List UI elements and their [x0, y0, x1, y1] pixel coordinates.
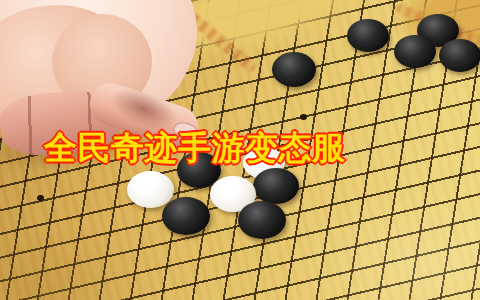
go-board-photo: 全民奇迹手游变态服: [0, 0, 480, 300]
star-point: [300, 114, 307, 120]
star-point: [37, 195, 44, 201]
go-stone-black: [347, 19, 389, 52]
go-stone-black: [162, 197, 210, 235]
go-stone-black: [238, 201, 286, 239]
watermark-text: 全民奇迹手游变态服: [44, 131, 374, 166]
go-stone-black: [394, 35, 436, 68]
go-stone-black: [253, 168, 299, 204]
go-stone-black: [439, 39, 480, 72]
go-stone-black: [272, 52, 316, 87]
go-stone-white: [127, 171, 174, 208]
